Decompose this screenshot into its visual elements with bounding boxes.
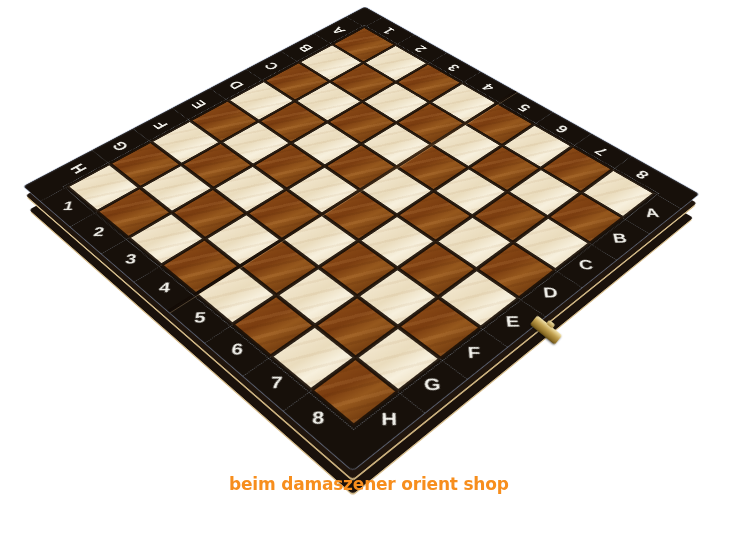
scene: 12345678AABBCCDDEEFFGGHH12345678 bbox=[0, 0, 730, 537]
rank-label-text: 2 bbox=[92, 225, 106, 240]
rank-label-text: 8 bbox=[312, 408, 325, 428]
file-label-text: H bbox=[381, 409, 397, 429]
shop-caption: beim damaszener orient shop bbox=[229, 474, 509, 494]
rank-label-text: 1 bbox=[62, 199, 76, 213]
file-label-text: B bbox=[611, 231, 628, 246]
file-label-text: F bbox=[467, 344, 481, 362]
file-label-text: H bbox=[67, 161, 92, 176]
rank-label-text: 1 bbox=[380, 26, 399, 36]
file-label-text: C bbox=[578, 257, 595, 273]
rank-label-text: 4 bbox=[479, 81, 498, 93]
file-label-text: C bbox=[261, 60, 283, 72]
file-label-text: B bbox=[296, 42, 317, 54]
rank-label-text: 3 bbox=[124, 252, 138, 268]
rank-label-text: 2 bbox=[412, 43, 431, 54]
file-label-text: E bbox=[505, 314, 521, 331]
chess-board: 12345678AABBCCDDEEFFGGHH12345678 bbox=[23, 7, 699, 471]
rank-label-text: 5 bbox=[515, 102, 535, 114]
file-label-text: A bbox=[329, 25, 350, 36]
file-label-text: G bbox=[424, 376, 442, 395]
rank-label-text: 8 bbox=[633, 168, 653, 182]
file-label-text: A bbox=[644, 206, 661, 220]
rank-label-text: 5 bbox=[194, 310, 208, 327]
rank-label-text: 6 bbox=[231, 341, 244, 359]
rank-label-text: 7 bbox=[270, 374, 283, 393]
rank-label-text: 4 bbox=[158, 280, 172, 296]
board-3d: 12345678AABBCCDDEEFFGGHH12345678 bbox=[23, 7, 699, 471]
file-label-text: D bbox=[226, 78, 248, 91]
file-label-text: E bbox=[189, 98, 211, 111]
file-label-text: G bbox=[109, 139, 133, 154]
file-label-text: D bbox=[542, 285, 559, 302]
rank-label-text: 7 bbox=[592, 145, 612, 158]
rank-label-text: 6 bbox=[553, 123, 573, 136]
rank-label-text: 3 bbox=[445, 62, 464, 73]
file-label-text: F bbox=[150, 118, 172, 131]
